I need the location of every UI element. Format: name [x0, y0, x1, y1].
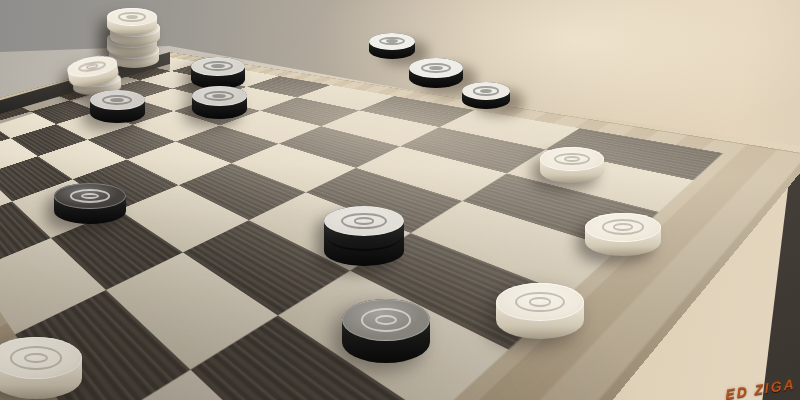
- white-piece[interactable]: [107, 8, 157, 35]
- piece-ring-engraving: [24, 353, 47, 363]
- white-piece[interactable]: [540, 147, 604, 183]
- piece-ring-engraving: [564, 156, 580, 162]
- white-piece[interactable]: [0, 337, 82, 399]
- black-piece[interactable]: [54, 183, 126, 224]
- black-piece[interactable]: [409, 58, 463, 88]
- piece-ring-engraving: [480, 89, 492, 93]
- white-piece[interactable]: [496, 283, 584, 339]
- king-stack-seam: [326, 221, 403, 251]
- white-piece[interactable]: [585, 213, 661, 256]
- black-piece[interactable]: [90, 90, 145, 123]
- black-king-piece[interactable]: [324, 206, 404, 266]
- piece-ring-engraving: [386, 39, 397, 43]
- black-piece[interactable]: [462, 82, 510, 109]
- black-piece[interactable]: [192, 86, 247, 119]
- pieces-layer: [0, 0, 800, 400]
- piece-ring-engraving: [211, 64, 225, 68]
- scene: ED ZIGA: [0, 0, 800, 400]
- piece-ring-engraving: [529, 297, 551, 306]
- black-piece[interactable]: [369, 33, 415, 59]
- black-piece[interactable]: [191, 57, 245, 89]
- black-piece[interactable]: [342, 299, 430, 363]
- piece-ring-engraving: [613, 223, 632, 230]
